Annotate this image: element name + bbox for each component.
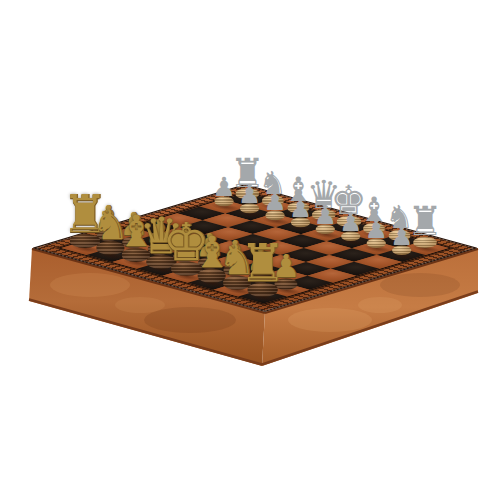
wooden-base	[247, 283, 277, 297]
rook-icon: ♜	[239, 238, 286, 286]
gold-rook-h1: ♜	[230, 192, 295, 296]
wooden-base	[392, 245, 411, 255]
pawn-icon: ♟	[390, 224, 414, 248]
silver-pawn-h7: ♟	[375, 171, 428, 255]
chess-set-photo: ♜♞♝♛♚♝♞♜♟♟♟♟♟♟♟♟♟♟♟♟♟♟♟♟♜♞♝♛♚♝♞♜	[0, 0, 480, 480]
square-h1: ♜	[238, 290, 286, 304]
